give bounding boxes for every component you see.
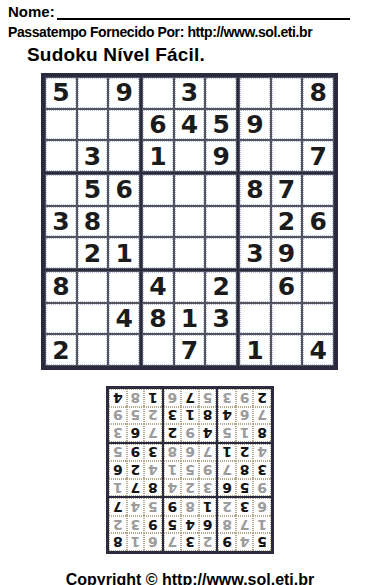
cell-r2c8[interactable] — [271, 109, 303, 141]
cell-r5c2: 8 — [77, 206, 109, 238]
cell-r3c3[interactable] — [108, 140, 140, 172]
cell-r9c7: 1 — [239, 334, 271, 366]
solution-cell-r6c2: 2 — [236, 444, 254, 462]
cell-r6c5[interactable] — [174, 237, 206, 269]
cell-r9c2[interactable] — [77, 334, 109, 366]
cell-r5c9: 6 — [302, 206, 334, 238]
cell-r9c8[interactable] — [271, 334, 303, 366]
cell-r4c3: 6 — [108, 174, 140, 206]
solution-cell-r8c7: 2 — [144, 407, 162, 425]
solution-cell-r8c4: 8 — [199, 407, 217, 425]
solution-box-8: 492813576 — [163, 388, 218, 443]
cell-r1c5: 3 — [174, 77, 206, 109]
cell-r1c9: 8 — [302, 77, 334, 109]
solution-cell-r7c4: 4 — [199, 424, 217, 442]
solution-cell-r1c7: 6 — [144, 533, 162, 551]
solution-cell-r1c4: 2 — [199, 533, 217, 551]
cell-r4c9[interactable] — [302, 174, 334, 206]
cell-r1c8[interactable] — [271, 77, 303, 109]
solution-cell-r8c5: 1 — [181, 407, 199, 425]
solution-box-6: 871426395 — [108, 443, 163, 498]
solution-cell-r9c2: 9 — [236, 389, 254, 407]
cell-r5c3[interactable] — [108, 206, 140, 238]
solution-cell-r9c5: 7 — [181, 389, 199, 407]
solution-cell-r3c1: 6 — [253, 498, 271, 516]
cell-r9c9: 4 — [302, 334, 334, 366]
solution-cell-r5c2: 8 — [236, 461, 254, 479]
box-1: 593 — [44, 76, 141, 173]
solution-cell-r3c5: 8 — [181, 498, 199, 516]
solution-cell-r2c5: 4 — [181, 516, 199, 534]
cell-r4c4[interactable] — [142, 174, 174, 206]
cell-r8c7[interactable] — [239, 303, 271, 335]
solution-cell-r1c3: 9 — [218, 533, 236, 551]
solution-cell-r4c5: 2 — [181, 479, 199, 497]
worksheet: Nome: Passatempo Fornecido Por: http://w… — [0, 3, 380, 585]
solution-cell-r2c9: 2 — [109, 516, 127, 534]
cell-r8c2[interactable] — [77, 303, 109, 335]
solution-cell-r6c7: 3 — [144, 444, 162, 462]
cell-r6c7: 3 — [239, 237, 271, 269]
cell-r8c4: 8 — [142, 303, 174, 335]
solution-cell-r7c2: 1 — [236, 424, 254, 442]
solution-cell-r5c9: 6 — [109, 461, 127, 479]
solution-cell-r8c9: 9 — [109, 407, 127, 425]
solution-cell-r2c4: 6 — [199, 516, 217, 534]
cell-r7c6: 2 — [205, 271, 237, 303]
cell-r3c7[interactable] — [239, 140, 271, 172]
cell-r2c7: 9 — [239, 109, 271, 141]
solution-cell-r7c7: 7 — [144, 424, 162, 442]
solution-cell-r1c6: 7 — [164, 533, 182, 551]
sudoku-board: 593364519897563821872639842428137614 — [41, 73, 338, 370]
solution-cell-r2c3: 8 — [218, 516, 236, 534]
name-row: Nome: — [8, 3, 350, 20]
cell-r8c1[interactable] — [45, 303, 77, 335]
solution-cell-r9c9: 4 — [109, 389, 127, 407]
cell-r8c9[interactable] — [302, 303, 334, 335]
cell-r4c7: 8 — [239, 174, 271, 206]
solution-cell-r9c3: 3 — [218, 389, 236, 407]
solution-box-3: 618932547 — [108, 497, 163, 552]
cell-r1c1: 5 — [45, 77, 77, 109]
cell-r3c8[interactable] — [271, 140, 303, 172]
solution-cell-r3c7: 5 — [144, 498, 162, 516]
cell-r7c9[interactable] — [302, 271, 334, 303]
cell-r3c1[interactable] — [45, 140, 77, 172]
cell-r1c2[interactable] — [77, 77, 109, 109]
cell-r2c6: 5 — [205, 109, 237, 141]
solution-cell-r2c2: 7 — [236, 516, 254, 534]
solution-cell-r4c2: 5 — [236, 479, 254, 497]
name-blank-line[interactable] — [57, 6, 350, 20]
solution-cell-r1c1: 5 — [253, 533, 271, 551]
cell-r4c6[interactable] — [205, 174, 237, 206]
box-7: 842 — [44, 270, 141, 367]
solution-cell-r8c8: 5 — [127, 407, 145, 425]
page-title: Sudoku Nível Fácil. — [27, 44, 380, 66]
solution-cell-r8c6: 3 — [164, 407, 182, 425]
cell-r2c2[interactable] — [77, 109, 109, 141]
cell-r7c1: 8 — [45, 271, 77, 303]
solution-cell-r2c8: 3 — [127, 516, 145, 534]
solution-cell-r7c3: 5 — [218, 424, 236, 442]
cell-r3c9: 7 — [302, 140, 334, 172]
cell-r6c6[interactable] — [205, 237, 237, 269]
cell-r7c2[interactable] — [77, 271, 109, 303]
cell-r6c2: 2 — [77, 237, 109, 269]
box-9: 614 — [238, 270, 335, 367]
solution-box-4: 956387421 — [217, 443, 272, 498]
solution-cell-r9c8: 8 — [127, 389, 145, 407]
box-6: 872639 — [238, 173, 335, 270]
cell-r2c9[interactable] — [302, 109, 334, 141]
cell-r7c3[interactable] — [108, 271, 140, 303]
solution-cell-r5c1: 3 — [253, 461, 271, 479]
solution-cell-r5c5: 5 — [181, 461, 199, 479]
solution-cell-r9c1: 2 — [253, 389, 271, 407]
box-8: 428137 — [141, 270, 238, 367]
provider-line: Passatempo Fornecido Por: http://www.sol… — [8, 24, 380, 40]
solution-cell-r6c9: 5 — [109, 444, 127, 462]
cell-r5c4[interactable] — [142, 206, 174, 238]
cell-r7c4: 4 — [142, 271, 174, 303]
cell-r2c1[interactable] — [45, 109, 77, 141]
name-label: Nome: — [8, 3, 55, 20]
solution-cell-r3c8: 4 — [127, 498, 145, 516]
cell-r3c6: 9 — [205, 140, 237, 172]
cell-r8c6: 3 — [205, 303, 237, 335]
cell-r9c5: 7 — [174, 334, 206, 366]
solution-cell-r5c6: 1 — [164, 461, 182, 479]
cell-r2c4: 6 — [142, 109, 174, 141]
solution-cell-r9c7: 1 — [144, 389, 162, 407]
solution-box-9: 763259184 — [108, 388, 163, 443]
solution-cell-r6c5: 6 — [181, 444, 199, 462]
solution-board: 5491786322376451896189325479563874213249… — [106, 386, 274, 554]
solution-cell-r7c9: 3 — [109, 424, 127, 442]
cell-r9c4[interactable] — [142, 334, 174, 366]
cell-r7c7[interactable] — [239, 271, 271, 303]
solution-cell-r4c7: 8 — [144, 479, 162, 497]
solution-box-7: 815764293 — [217, 388, 272, 443]
cell-r5c5[interactable] — [174, 206, 206, 238]
cell-r8c5: 1 — [174, 303, 206, 335]
cell-r9c3[interactable] — [108, 334, 140, 366]
solution-box-5: 324951768 — [163, 443, 218, 498]
cell-r6c9[interactable] — [302, 237, 334, 269]
solution-cell-r6c1: 4 — [253, 444, 271, 462]
solution-cell-r7c5: 9 — [181, 424, 199, 442]
cell-r7c5[interactable] — [174, 271, 206, 303]
solution-cell-r4c6: 4 — [164, 479, 182, 497]
solution-cell-r8c3: 4 — [218, 407, 236, 425]
solution-cell-r6c8: 9 — [127, 444, 145, 462]
solution-cell-r5c4: 9 — [199, 461, 217, 479]
solution-cell-r9c6: 6 — [164, 389, 182, 407]
box-3: 897 — [238, 76, 335, 173]
solution-cell-r7c8: 6 — [127, 424, 145, 442]
solution-cell-r6c6: 8 — [164, 444, 182, 462]
cell-r6c4[interactable] — [142, 237, 174, 269]
solution-cell-r8c1: 7 — [253, 407, 271, 425]
solution-cell-r3c4: 1 — [199, 498, 217, 516]
cell-r8c8[interactable] — [271, 303, 303, 335]
solution-cell-r3c9: 7 — [109, 498, 127, 516]
cell-r3c4: 1 — [142, 140, 174, 172]
solution-cell-r7c6: 2 — [164, 424, 182, 442]
solution-cell-r4c8: 7 — [127, 479, 145, 497]
solution-cell-r5c8: 2 — [127, 461, 145, 479]
cell-r1c7[interactable] — [239, 77, 271, 109]
cell-r5c7[interactable] — [239, 206, 271, 238]
solution-cell-r1c9: 8 — [109, 533, 127, 551]
solution-cell-r3c3: 2 — [218, 498, 236, 516]
solution-cell-r4c3: 6 — [218, 479, 236, 497]
solution-cell-r3c2: 3 — [236, 498, 254, 516]
box-4: 563821 — [44, 173, 141, 270]
cell-r9c6[interactable] — [205, 334, 237, 366]
cell-r6c1[interactable] — [45, 237, 77, 269]
solution-box-2: 237645189 — [163, 497, 218, 552]
cell-r5c8: 2 — [271, 206, 303, 238]
cell-r3c5[interactable] — [174, 140, 206, 172]
solution-cell-r3c6: 9 — [164, 498, 182, 516]
cell-r5c6[interactable] — [205, 206, 237, 238]
cell-r8c3: 4 — [108, 303, 140, 335]
solution-box-1: 549178632 — [217, 497, 272, 552]
solution-cell-r8c2: 6 — [236, 407, 254, 425]
solution-cell-r2c6: 5 — [164, 516, 182, 534]
solution-cell-r4c1: 9 — [253, 479, 271, 497]
solution-cell-r7c1: 8 — [253, 424, 271, 442]
box-5 — [141, 173, 238, 270]
cell-r6c3: 1 — [108, 237, 140, 269]
cell-r5c1: 3 — [45, 206, 77, 238]
cell-r3c2: 3 — [77, 140, 109, 172]
box-2: 364519 — [141, 76, 238, 173]
copyright-line: Copyright © http://www.sol.eti.br — [0, 571, 380, 585]
cell-r1c3: 9 — [108, 77, 140, 109]
solution-cell-r1c8: 1 — [127, 533, 145, 551]
cell-r9c1: 2 — [45, 334, 77, 366]
solution-cell-r2c7: 9 — [144, 516, 162, 534]
solution-cell-r1c2: 4 — [236, 533, 254, 551]
cell-r7c8: 6 — [271, 271, 303, 303]
cell-r6c8: 9 — [271, 237, 303, 269]
cell-r1c4[interactable] — [142, 77, 174, 109]
solution-cell-r6c4: 7 — [199, 444, 217, 462]
cell-r4c5[interactable] — [174, 174, 206, 206]
solution-cell-r9c4: 5 — [199, 389, 217, 407]
solution-cell-r2c1: 1 — [253, 516, 271, 534]
cell-r1c6[interactable] — [205, 77, 237, 109]
solution-cell-r5c7: 4 — [144, 461, 162, 479]
solution-cell-r4c4: 3 — [199, 479, 217, 497]
cell-r2c5: 4 — [174, 109, 206, 141]
cell-r2c3[interactable] — [108, 109, 140, 141]
solution-cell-r5c3: 7 — [218, 461, 236, 479]
cell-r4c2: 5 — [77, 174, 109, 206]
solution-cell-r1c5: 3 — [181, 533, 199, 551]
cell-r4c8: 7 — [271, 174, 303, 206]
cell-r4c1[interactable] — [45, 174, 77, 206]
solution-cell-r4c9: 1 — [109, 479, 127, 497]
solution-cell-r6c3: 1 — [218, 444, 236, 462]
